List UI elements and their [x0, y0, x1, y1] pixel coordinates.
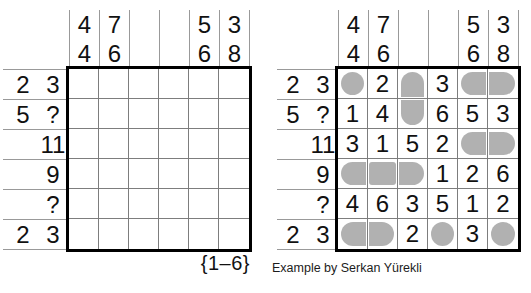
shaded-region-cell	[341, 222, 366, 246]
top-clue-col-1: 44	[338, 10, 368, 69]
shaded-region-cell	[461, 132, 486, 155]
top-clue	[130, 10, 159, 40]
row-clue: ?	[38, 193, 68, 217]
board-cell-r2c1[interactable]	[69, 99, 99, 129]
solution-digit: 1	[436, 162, 449, 186]
example-puzzle-row-clues: 235?119?23	[277, 69, 338, 250]
left-puzzle-row-clues: 235?119?23	[3, 69, 69, 250]
board-cell-r2c5: 5	[458, 99, 488, 129]
board-cell-r1c2[interactable]	[99, 69, 129, 99]
board-cell-r6c4[interactable]	[159, 219, 189, 249]
board-cell-r4c2[interactable]	[99, 159, 129, 189]
shaded-region-cell	[431, 222, 454, 246]
solution-digit: 5	[406, 132, 419, 156]
board-cell-r3c3: 5	[398, 129, 428, 159]
board-cell-r4c1[interactable]	[69, 159, 99, 189]
top-clue: 8	[220, 40, 249, 70]
solution-digit: 6	[376, 192, 389, 216]
solution-digit: 1	[376, 132, 389, 156]
board-cell-r5c6[interactable]	[219, 189, 249, 219]
board-cell-r6c5: 3	[458, 219, 488, 249]
board-cell-r1c4[interactable]	[159, 69, 189, 99]
board-cell-r3c6[interactable]	[219, 129, 249, 159]
solution-digit: 2	[436, 132, 449, 156]
solution-digit: 2	[376, 72, 389, 96]
board-cell-r5c3[interactable]	[129, 189, 159, 219]
solution-digit: 6	[496, 162, 509, 186]
row-clue: 2	[8, 73, 38, 97]
top-clue: 4	[339, 40, 368, 70]
row-clue: 5	[278, 103, 308, 127]
top-clue-col-3	[129, 10, 159, 69]
board-cell-r1c6	[488, 69, 518, 99]
board-cell-r5c2: 6	[368, 189, 398, 219]
solution-digit: 3	[466, 222, 479, 246]
board-cell-r1c4: 3	[428, 69, 458, 99]
row-clue-row-2: 5?	[3, 99, 69, 129]
shaded-region-cell	[341, 72, 364, 95]
top-clue: 4	[339, 10, 368, 40]
board-cell-r1c3[interactable]	[129, 69, 159, 99]
row-clue-row-1: 23	[277, 69, 338, 99]
board-cell-r2c2: 4	[368, 99, 398, 129]
board-cell-r3c4: 2	[428, 129, 458, 159]
solution-digit: 3	[406, 192, 419, 216]
solution-digit: 2	[406, 222, 419, 246]
board-cell-r4c5[interactable]	[189, 159, 219, 189]
board-cell-r4c3[interactable]	[129, 159, 159, 189]
solution-digit: 3	[436, 72, 449, 96]
board-cell-r3c4[interactable]	[159, 129, 189, 159]
row-clue-row-3: 11	[3, 129, 69, 159]
board-cell-r2c5[interactable]	[189, 99, 219, 129]
row-clue: 2	[278, 73, 308, 97]
board-cell-r5c1: 4	[338, 189, 368, 219]
board-cell-r3c2: 1	[368, 129, 398, 159]
row-clue: 5	[8, 103, 38, 127]
row-clue: 11	[308, 133, 338, 157]
board-cell-r5c5: 1	[458, 189, 488, 219]
board-cell-r4c4[interactable]	[159, 159, 189, 189]
board-cell-r2c6[interactable]	[219, 99, 249, 129]
solution-digit: 1	[346, 102, 359, 126]
top-clue: 6	[190, 40, 219, 70]
solution-digit: 6	[436, 102, 449, 126]
solution-digit: 2	[466, 162, 479, 186]
board-cell-r1c5	[458, 69, 488, 99]
top-clue: 7	[369, 10, 398, 40]
board-cell-r4c6: 6	[488, 159, 518, 189]
board-cell-r6c2[interactable]	[99, 219, 129, 249]
top-clue: 4	[70, 40, 99, 70]
board-cell-r2c2[interactable]	[99, 99, 129, 129]
top-clue: 5	[190, 10, 219, 40]
top-clue: 8	[489, 40, 518, 70]
row-clue-row-6: 23	[277, 219, 338, 249]
example-puzzle-top-clues: 44765638	[338, 10, 519, 69]
left-puzzle-top-clues: 44765638	[69, 10, 250, 69]
row-clue-row-4: 9	[277, 159, 338, 189]
board-cell-r2c6: 3	[488, 99, 518, 129]
row-clue: 3	[38, 73, 68, 97]
board-cell-r1c6[interactable]	[219, 69, 249, 99]
row-clue: 3	[308, 73, 338, 97]
row-clue: ?	[38, 103, 68, 127]
top-clue-col-3	[398, 10, 428, 69]
board-cell-r3c1[interactable]	[69, 129, 99, 159]
top-clue-col-5: 56	[458, 10, 488, 69]
left-puzzle-board	[66, 66, 252, 252]
solution-digit: 2	[496, 192, 509, 216]
row-clue: 2	[278, 223, 308, 247]
board-cell-r6c6[interactable]	[219, 219, 249, 249]
top-clue-col-6: 38	[488, 10, 518, 69]
top-clue	[160, 10, 189, 40]
top-clue	[399, 40, 428, 70]
board-cell-r1c3	[398, 69, 428, 99]
row-clue: 9	[38, 163, 68, 187]
shaded-region-cell	[369, 222, 394, 246]
top-clue: 7	[100, 10, 129, 40]
top-clue	[399, 10, 428, 40]
row-clue: 11	[38, 133, 68, 157]
row-clue-row-5: ?	[277, 189, 338, 219]
board-cell-r4c2	[368, 159, 398, 189]
top-clue	[429, 10, 458, 40]
board-cell-r2c3	[398, 99, 428, 129]
board-cell-r5c6: 2	[488, 189, 518, 219]
top-clue: 3	[220, 10, 249, 40]
board-cell-r4c3	[398, 159, 428, 189]
board-cell-r5c4[interactable]	[159, 189, 189, 219]
row-clue-row-6: 23	[3, 219, 69, 249]
board-cell-r3c5	[458, 129, 488, 159]
top-clue: 3	[489, 10, 518, 40]
row-clue: 3	[308, 223, 338, 247]
top-clue-col-5: 56	[189, 10, 219, 69]
top-clue-col-4	[159, 10, 189, 69]
board-cell-r1c5[interactable]	[189, 69, 219, 99]
board-cell-r3c3[interactable]	[129, 129, 159, 159]
shaded-region-cell	[341, 162, 366, 185]
board-cell-r2c4: 6	[428, 99, 458, 129]
board-cell-r6c3: 2	[398, 219, 428, 249]
board-cell-r1c2: 2	[368, 69, 398, 99]
board-cell-r4c5: 2	[458, 159, 488, 189]
board-cell-r6c5[interactable]	[189, 219, 219, 249]
board-cell-r4c4: 1	[428, 159, 458, 189]
solution-digit: 4	[376, 102, 389, 126]
row-clue-row-1: 23	[3, 69, 69, 99]
top-clue	[160, 40, 189, 70]
board-cell-r5c3: 3	[398, 189, 428, 219]
top-clue-col-6: 38	[219, 10, 249, 69]
board-cell-r4c6[interactable]	[219, 159, 249, 189]
board-cell-r5c4: 5	[428, 189, 458, 219]
board-cell-r6c3[interactable]	[129, 219, 159, 249]
top-clue	[429, 40, 458, 70]
top-clue: 6	[100, 40, 129, 70]
board-cell-r6c1	[338, 219, 368, 249]
row-clue-row-2: 5?	[277, 99, 338, 129]
board-cell-r3c1: 3	[338, 129, 368, 159]
digit-set-label: {1–6}	[69, 252, 250, 275]
board-cell-r2c1: 1	[338, 99, 368, 129]
shaded-region-cell	[399, 162, 424, 185]
shaded-region-cell	[489, 132, 515, 155]
shaded-region-cell	[491, 222, 515, 246]
row-clue: 3	[38, 223, 68, 247]
solution-digit: 3	[496, 102, 509, 126]
board-cell-r6c1[interactable]	[69, 219, 99, 249]
example-caption: Example by Serkan Yürekli	[272, 261, 422, 275]
row-clue-row-3: 11	[277, 129, 338, 159]
solution-digit: 5	[436, 192, 449, 216]
board-cell-r2c3[interactable]	[129, 99, 159, 129]
board-cell-r4c1	[338, 159, 368, 189]
board-cell-r6c4	[428, 219, 458, 249]
top-clue-col-1: 44	[69, 10, 99, 69]
board-cell-r2c4[interactable]	[159, 99, 189, 129]
top-clue: 5	[459, 10, 488, 40]
shaded-region-cell	[401, 72, 424, 97]
board-cell-r3c2[interactable]	[99, 129, 129, 159]
board-cell-r1c1	[338, 69, 368, 99]
puzzle-page: 44765638 235?119?23 {1–6} 44765638 235?1…	[0, 0, 531, 293]
top-clue-col-4	[428, 10, 458, 69]
shaded-region-cell	[369, 162, 396, 185]
top-clue: 6	[369, 40, 398, 70]
board-cell-r6c6	[488, 219, 518, 249]
top-clue-col-2: 76	[368, 10, 398, 69]
shaded-region-cell	[401, 100, 424, 125]
shaded-region-cell	[489, 72, 515, 95]
top-clue: 4	[70, 10, 99, 40]
board-cell-r3c5[interactable]	[189, 129, 219, 159]
row-clue: 2	[8, 223, 38, 247]
board-cell-r3c6	[488, 129, 518, 159]
solution-digit: 5	[466, 102, 479, 126]
board-cell-r5c1[interactable]	[69, 189, 99, 219]
solution-digit: 4	[346, 192, 359, 216]
top-clue-col-2: 76	[99, 10, 129, 69]
shaded-region-cell	[461, 72, 486, 95]
board-cell-r5c2[interactable]	[99, 189, 129, 219]
example-puzzle-board: 2314653315212646351223	[335, 66, 521, 252]
row-clue: ?	[308, 103, 338, 127]
row-clue-row-4: 9	[3, 159, 69, 189]
top-clue: 6	[459, 40, 488, 70]
row-clue-row-5: ?	[3, 189, 69, 219]
board-cell-r1c1[interactable]	[69, 69, 99, 99]
solution-digit: 1	[466, 192, 479, 216]
row-clue: ?	[308, 193, 338, 217]
board-cell-r5c5[interactable]	[189, 189, 219, 219]
board-cell-r6c2	[368, 219, 398, 249]
solution-digit: 3	[346, 132, 359, 156]
top-clue	[130, 40, 159, 70]
row-clue: 9	[308, 163, 338, 187]
